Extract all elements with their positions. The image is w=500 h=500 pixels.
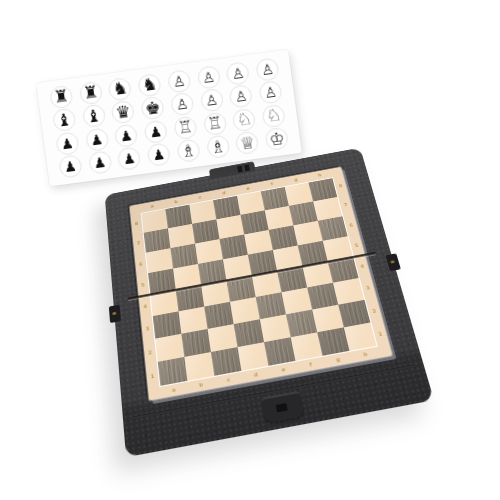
token-bN: ♞ — [137, 73, 162, 98]
coord-label: 2 — [145, 340, 155, 365]
token-grid: ♜♜♞♞♙♙♙♙♝♝♛♚♙♙♙♙♟♟♟♟♖♖♘♘♟♟♟♟♗♗♕♔ — [45, 56, 293, 181]
folding-chessboard: abcdefgh abcdefgh 87654321 87654321 — [105, 148, 434, 458]
square-e3 — [256, 292, 286, 319]
token-bP: ♟ — [143, 119, 168, 144]
board-margin: abcdefgh abcdefgh 87654321 87654321 — [130, 167, 393, 401]
square-c1 — [211, 347, 242, 376]
token-wP: ♙ — [258, 80, 283, 105]
token-wP: ♙ — [196, 65, 221, 90]
coord-label: 7 — [134, 233, 143, 254]
scene: ♜♜♞♞♙♙♙♙♝♝♛♚♙♙♙♙♟♟♟♟♖♖♘♘♟♟♟♟♗♗♕♔ abcdefg… — [0, 0, 500, 500]
token-wN: ♘ — [232, 107, 257, 132]
token-wQ: ♕ — [235, 131, 260, 156]
clasp — [261, 391, 304, 424]
coord-label: 4 — [141, 295, 150, 318]
square-g1 — [317, 327, 349, 355]
token-bP: ♟ — [88, 150, 113, 175]
hinge-right-icon — [385, 253, 400, 271]
token-wP: ♙ — [170, 92, 195, 117]
token-wP: ♙ — [226, 61, 251, 86]
token-bR: ♜ — [49, 84, 74, 109]
coord-label: 1 — [148, 363, 158, 389]
token-bN: ♞ — [108, 77, 133, 102]
token-wB: ♗ — [176, 139, 201, 164]
token-wR: ♖ — [202, 111, 227, 136]
token-wB: ♗ — [206, 135, 231, 160]
square-f2 — [286, 310, 317, 338]
token-bP: ♟ — [117, 146, 142, 171]
token-wP: ♙ — [199, 88, 224, 113]
token-bP: ♟ — [114, 123, 139, 148]
token-wN: ♘ — [261, 104, 286, 129]
token-bB: ♝ — [52, 108, 77, 133]
token-wR: ♖ — [173, 115, 198, 140]
coord-label: 6 — [136, 253, 145, 275]
coord-label: 8 — [132, 213, 140, 234]
token-bP: ♟ — [147, 143, 172, 168]
token-bP: ♟ — [84, 127, 109, 152]
hinge-left-icon — [109, 305, 121, 323]
token-bK: ♚ — [140, 96, 165, 121]
token-bR: ♜ — [78, 81, 103, 106]
token-wK: ♔ — [265, 127, 290, 152]
square-a1 — [158, 357, 188, 386]
token-wP: ♙ — [255, 57, 280, 82]
board-frame: abcdefgh abcdefgh 87654321 87654321 — [105, 148, 434, 458]
token-wP: ♙ — [167, 69, 192, 94]
square-d1 — [237, 342, 268, 371]
token-bQ: ♛ — [111, 100, 136, 125]
coord-label: 3 — [143, 317, 152, 341]
token-wP: ♙ — [229, 84, 254, 109]
square-h2 — [338, 300, 370, 328]
token-bB: ♝ — [81, 104, 106, 129]
token-bP: ♟ — [55, 131, 80, 156]
square-b1 — [184, 352, 214, 381]
token-bP: ♟ — [58, 154, 83, 179]
